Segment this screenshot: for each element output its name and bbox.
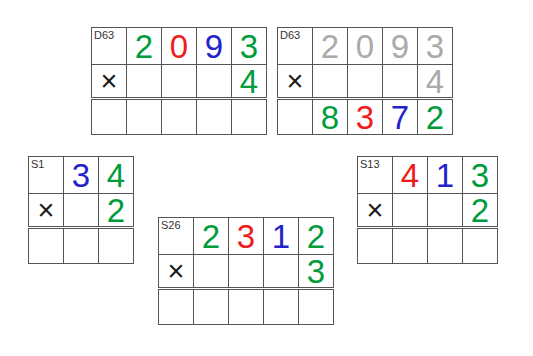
cell-s26-r1c4: 3 bbox=[299, 255, 334, 288]
digit-s26-r0c2: 3 bbox=[237, 220, 255, 253]
cell-s26-r2c0 bbox=[159, 290, 194, 325]
board-d63-right: D632093×48372 bbox=[277, 27, 453, 135]
cell-s26-r2c3 bbox=[264, 290, 299, 325]
cell-d63-right-r0c3: 9 bbox=[383, 28, 418, 65]
cell-d63-right-r0c4: 3 bbox=[418, 28, 453, 65]
digit-d63-right-r2c1: 8 bbox=[321, 101, 339, 134]
cell-d63-left-r0c0: D63 bbox=[92, 28, 127, 65]
cell-d63-left-r0c1: 2 bbox=[127, 28, 162, 65]
cell-s13-r0c3: 3 bbox=[463, 157, 498, 194]
cell-s13-r1c0: × bbox=[358, 194, 393, 227]
d63-left-answer-section bbox=[91, 99, 267, 135]
multiply-sign: × bbox=[101, 67, 118, 96]
cell-d63-right-r1c4: 4 bbox=[418, 65, 453, 98]
digit-d63-right-r0c1: 2 bbox=[321, 30, 339, 63]
cell-d63-left-r2c0 bbox=[92, 100, 127, 135]
multiply-sign: × bbox=[367, 196, 384, 225]
cell-d63-left-r1c0: × bbox=[92, 65, 127, 98]
cell-s1-r0c1: 3 bbox=[64, 157, 99, 194]
cell-s13-r2c3 bbox=[463, 229, 498, 264]
digit-s1-r0c1: 3 bbox=[72, 159, 90, 192]
cell-s26-r0c4: 2 bbox=[299, 218, 334, 255]
cell-d63-left-r1c2 bbox=[162, 65, 197, 98]
digit-d63-left-r0c2: 0 bbox=[170, 30, 188, 63]
s13-answer-section bbox=[357, 228, 498, 264]
cell-s13-r1c1 bbox=[393, 194, 428, 227]
d63-right-main-section: D632093×4 bbox=[277, 27, 453, 98]
multiply-sign: × bbox=[287, 67, 304, 96]
cell-d63-right-r1c3 bbox=[383, 65, 418, 98]
digit-d63-left-r0c1: 2 bbox=[135, 30, 153, 63]
digit-s26-r1c4: 3 bbox=[307, 255, 325, 288]
cell-d63-left-r1c3 bbox=[197, 65, 232, 98]
cell-d63-left-r2c1 bbox=[127, 100, 162, 135]
cell-s13-r2c1 bbox=[393, 229, 428, 264]
cell-d63-right-r1c0: × bbox=[278, 65, 313, 98]
cell-d63-left-r2c3 bbox=[197, 100, 232, 135]
s1-main-section: S134×2 bbox=[28, 156, 134, 227]
cell-s13-r0c2: 1 bbox=[428, 157, 463, 194]
cell-d63-right-r1c2 bbox=[348, 65, 383, 98]
s1-answer-section bbox=[28, 228, 134, 264]
digit-d63-right-r1c4: 4 bbox=[426, 65, 444, 98]
s26-answer-section bbox=[158, 289, 334, 325]
digit-s13-r1c3: 2 bbox=[471, 194, 489, 227]
digit-s26-r0c1: 2 bbox=[202, 220, 220, 253]
digit-d63-left-r0c3: 9 bbox=[205, 30, 223, 63]
digit-d63-right-r2c4: 2 bbox=[426, 101, 444, 134]
cell-s1-r0c2: 4 bbox=[99, 157, 134, 194]
cell-s26-r1c0: × bbox=[159, 255, 194, 288]
cell-d63-right-r0c0: D63 bbox=[278, 28, 313, 65]
cell-s13-r0c0: S13 bbox=[358, 157, 393, 194]
cell-s13-r2c0 bbox=[358, 229, 393, 264]
board-label-d63-right: D63 bbox=[280, 29, 300, 41]
board-s13: S13413×2 bbox=[357, 156, 498, 264]
multiply-sign: × bbox=[38, 196, 55, 225]
cell-d63-right-r2c2: 3 bbox=[348, 100, 383, 135]
digit-d63-left-r1c4: 4 bbox=[240, 65, 258, 98]
cell-d63-right-r0c2: 0 bbox=[348, 28, 383, 65]
cell-d63-right-r1c1 bbox=[313, 65, 348, 98]
cell-s26-r0c1: 2 bbox=[194, 218, 229, 255]
board-label-d63-left: D63 bbox=[94, 29, 114, 41]
d63-left-main-section: D632093×4 bbox=[91, 27, 267, 98]
s13-main-section: S13413×2 bbox=[357, 156, 498, 227]
cell-d63-left-r1c4: 4 bbox=[232, 65, 267, 98]
digit-s1-r0c2: 4 bbox=[107, 159, 125, 192]
cell-d63-left-r0c2: 0 bbox=[162, 28, 197, 65]
cell-d63-left-r0c4: 3 bbox=[232, 28, 267, 65]
digit-s26-r0c4: 2 bbox=[307, 220, 325, 253]
cell-s26-r0c3: 1 bbox=[264, 218, 299, 255]
board-label-s1: S1 bbox=[31, 158, 44, 170]
cell-s1-r2c2 bbox=[99, 229, 134, 264]
digit-d63-right-r2c3: 7 bbox=[391, 101, 409, 134]
cell-d63-right-r2c0 bbox=[278, 100, 313, 135]
board-s26: S262312×3 bbox=[158, 217, 334, 325]
cell-s26-r2c1 bbox=[194, 290, 229, 325]
cell-s1-r2c0 bbox=[29, 229, 64, 264]
cell-s1-r1c0: × bbox=[29, 194, 64, 227]
cell-s13-r1c3: 2 bbox=[463, 194, 498, 227]
cell-s26-r1c1 bbox=[194, 255, 229, 288]
board-d63-left: D632093×4 bbox=[91, 27, 267, 135]
cell-s26-r1c2 bbox=[229, 255, 264, 288]
digit-s13-r0c1: 4 bbox=[401, 159, 419, 192]
cell-s26-r1c3 bbox=[264, 255, 299, 288]
cell-d63-left-r1c1 bbox=[127, 65, 162, 98]
cell-s26-r0c0: S26 bbox=[159, 218, 194, 255]
worksheet-canvas: D632093×4 D632093×48372 S134×2 S13413×2 … bbox=[0, 0, 533, 356]
cell-d63-right-r2c3: 7 bbox=[383, 100, 418, 135]
cell-d63-right-r2c4: 2 bbox=[418, 100, 453, 135]
cell-s13-r1c2 bbox=[428, 194, 463, 227]
digit-d63-right-r2c2: 3 bbox=[356, 101, 374, 134]
cell-d63-left-r2c4 bbox=[232, 100, 267, 135]
cell-s26-r0c2: 3 bbox=[229, 218, 264, 255]
digit-s13-r0c3: 3 bbox=[471, 159, 489, 192]
cell-s1-r0c0: S1 bbox=[29, 157, 64, 194]
cell-s1-r2c1 bbox=[64, 229, 99, 264]
cell-s13-r0c1: 4 bbox=[393, 157, 428, 194]
digit-d63-left-r0c4: 3 bbox=[240, 30, 258, 63]
s26-main-section: S262312×3 bbox=[158, 217, 334, 288]
board-label-s26: S26 bbox=[161, 219, 181, 231]
board-label-s13: S13 bbox=[360, 158, 380, 170]
cell-d63-right-r2c1: 8 bbox=[313, 100, 348, 135]
digit-d63-right-r0c4: 3 bbox=[426, 30, 444, 63]
digit-s13-r0c2: 1 bbox=[436, 159, 454, 192]
board-s1: S134×2 bbox=[28, 156, 134, 264]
digit-s1-r1c2: 2 bbox=[107, 194, 125, 227]
digit-s26-r0c3: 1 bbox=[272, 220, 290, 253]
cell-d63-left-r0c3: 9 bbox=[197, 28, 232, 65]
cell-d63-left-r2c2 bbox=[162, 100, 197, 135]
multiply-sign: × bbox=[168, 257, 185, 286]
cell-s26-r2c4 bbox=[299, 290, 334, 325]
cell-s26-r2c2 bbox=[229, 290, 264, 325]
cell-d63-right-r0c1: 2 bbox=[313, 28, 348, 65]
digit-d63-right-r0c2: 0 bbox=[356, 30, 374, 63]
cell-s1-r1c2: 2 bbox=[99, 194, 134, 227]
digit-d63-right-r0c3: 9 bbox=[391, 30, 409, 63]
cell-s13-r2c2 bbox=[428, 229, 463, 264]
cell-s1-r1c1 bbox=[64, 194, 99, 227]
d63-right-answer-section: 8372 bbox=[277, 99, 453, 135]
